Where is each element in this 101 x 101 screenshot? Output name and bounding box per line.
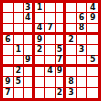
cell-r8c4[interactable] [35,77,46,87]
cell-r6c7[interactable] [66,56,77,67]
cell-r1c6[interactable] [56,3,67,13]
cell-r8c1: 9 [3,77,14,87]
cell-r4c4: 9 [35,35,46,45]
cell-r3c3[interactable] [24,24,35,35]
cell-r8c3[interactable] [24,77,35,87]
cell-r1c2[interactable] [14,3,25,13]
cell-r2c6[interactable] [56,13,67,23]
cell-r4c7: 2 [66,35,77,45]
cell-r4c3[interactable] [24,35,35,45]
cell-r1c3: 3 [24,3,35,13]
cell-r3c4: 4 [35,24,46,35]
cell-r7c8[interactable] [77,67,88,77]
cell-r6c6: 7 [56,56,67,67]
cell-r2c1[interactable] [3,13,14,23]
cell-r9c6: 2 [56,88,67,98]
cell-r5c4: 2 [35,45,46,55]
cell-r7c7[interactable] [66,67,77,77]
cell-r6c4[interactable] [35,56,46,67]
cell-r3c5: 7 [45,24,56,35]
cell-r9c1: 7 [3,88,14,98]
cell-r5c8: 3 [77,45,88,55]
cell-r7c1[interactable] [3,67,14,77]
cell-r4c9[interactable] [87,35,98,45]
cell-r3c8: 8 [77,24,88,35]
cell-r4c1: 6 [3,35,14,45]
cell-r4c5[interactable] [45,35,56,45]
cell-r8c2: 5 [14,77,25,87]
cell-r2c7[interactable] [66,13,77,23]
cell-r9c5[interactable] [45,88,56,98]
cell-r4c8[interactable] [77,35,88,45]
cell-r8c9[interactable] [87,77,98,87]
cell-r2c3: 4 [24,13,35,23]
cell-r3c2[interactable] [14,24,25,35]
cell-r7c2: 2 [14,67,25,77]
cell-r7c3[interactable] [24,67,35,77]
cell-r5c5[interactable] [45,45,56,55]
cell-r9c3[interactable] [24,88,35,98]
cell-r6c2[interactable] [14,56,25,67]
cell-r5c7[interactable] [66,45,77,55]
sudoku-board: 3144694786921253975249958723 [0,0,101,101]
cell-r5c1[interactable] [3,45,14,55]
cell-r7c6: 9 [56,67,67,77]
cell-r1c4: 1 [35,3,46,13]
cell-r6c1[interactable] [3,56,14,67]
cell-r7c9[interactable] [87,67,98,77]
cell-r3c9[interactable] [87,24,98,35]
cell-r6c9: 5 [87,56,98,67]
cell-r3c1[interactable] [3,24,14,35]
cell-r5c2: 1 [14,45,25,55]
cell-r1c7[interactable] [66,3,77,13]
cell-r3c6[interactable] [56,24,67,35]
cell-r1c5[interactable] [45,3,56,13]
cell-r6c8[interactable] [77,56,88,67]
cell-r9c4[interactable] [35,88,46,98]
cell-r9c7: 3 [66,88,77,98]
cell-r6c3: 9 [24,56,35,67]
cell-r6c5[interactable] [45,56,56,67]
cell-r8c8[interactable] [77,77,88,87]
cell-r9c2[interactable] [14,88,25,98]
cell-r1c1[interactable] [3,3,14,13]
cell-r4c2[interactable] [14,35,25,45]
cell-r1c8[interactable] [77,3,88,13]
cell-r7c4[interactable] [35,67,46,77]
cell-r2c2[interactable] [14,13,25,23]
cell-r8c7: 8 [66,77,77,87]
cell-r4c6[interactable] [56,35,67,45]
cell-r8c5[interactable] [45,77,56,87]
cell-r3c7[interactable] [66,24,77,35]
cell-r8c6[interactable] [56,77,67,87]
cell-r2c9: 9 [87,13,98,23]
cell-r7c5: 4 [45,67,56,77]
cell-r9c8[interactable] [77,88,88,98]
cell-r1c9: 4 [87,3,98,13]
cell-r9c9[interactable] [87,88,98,98]
